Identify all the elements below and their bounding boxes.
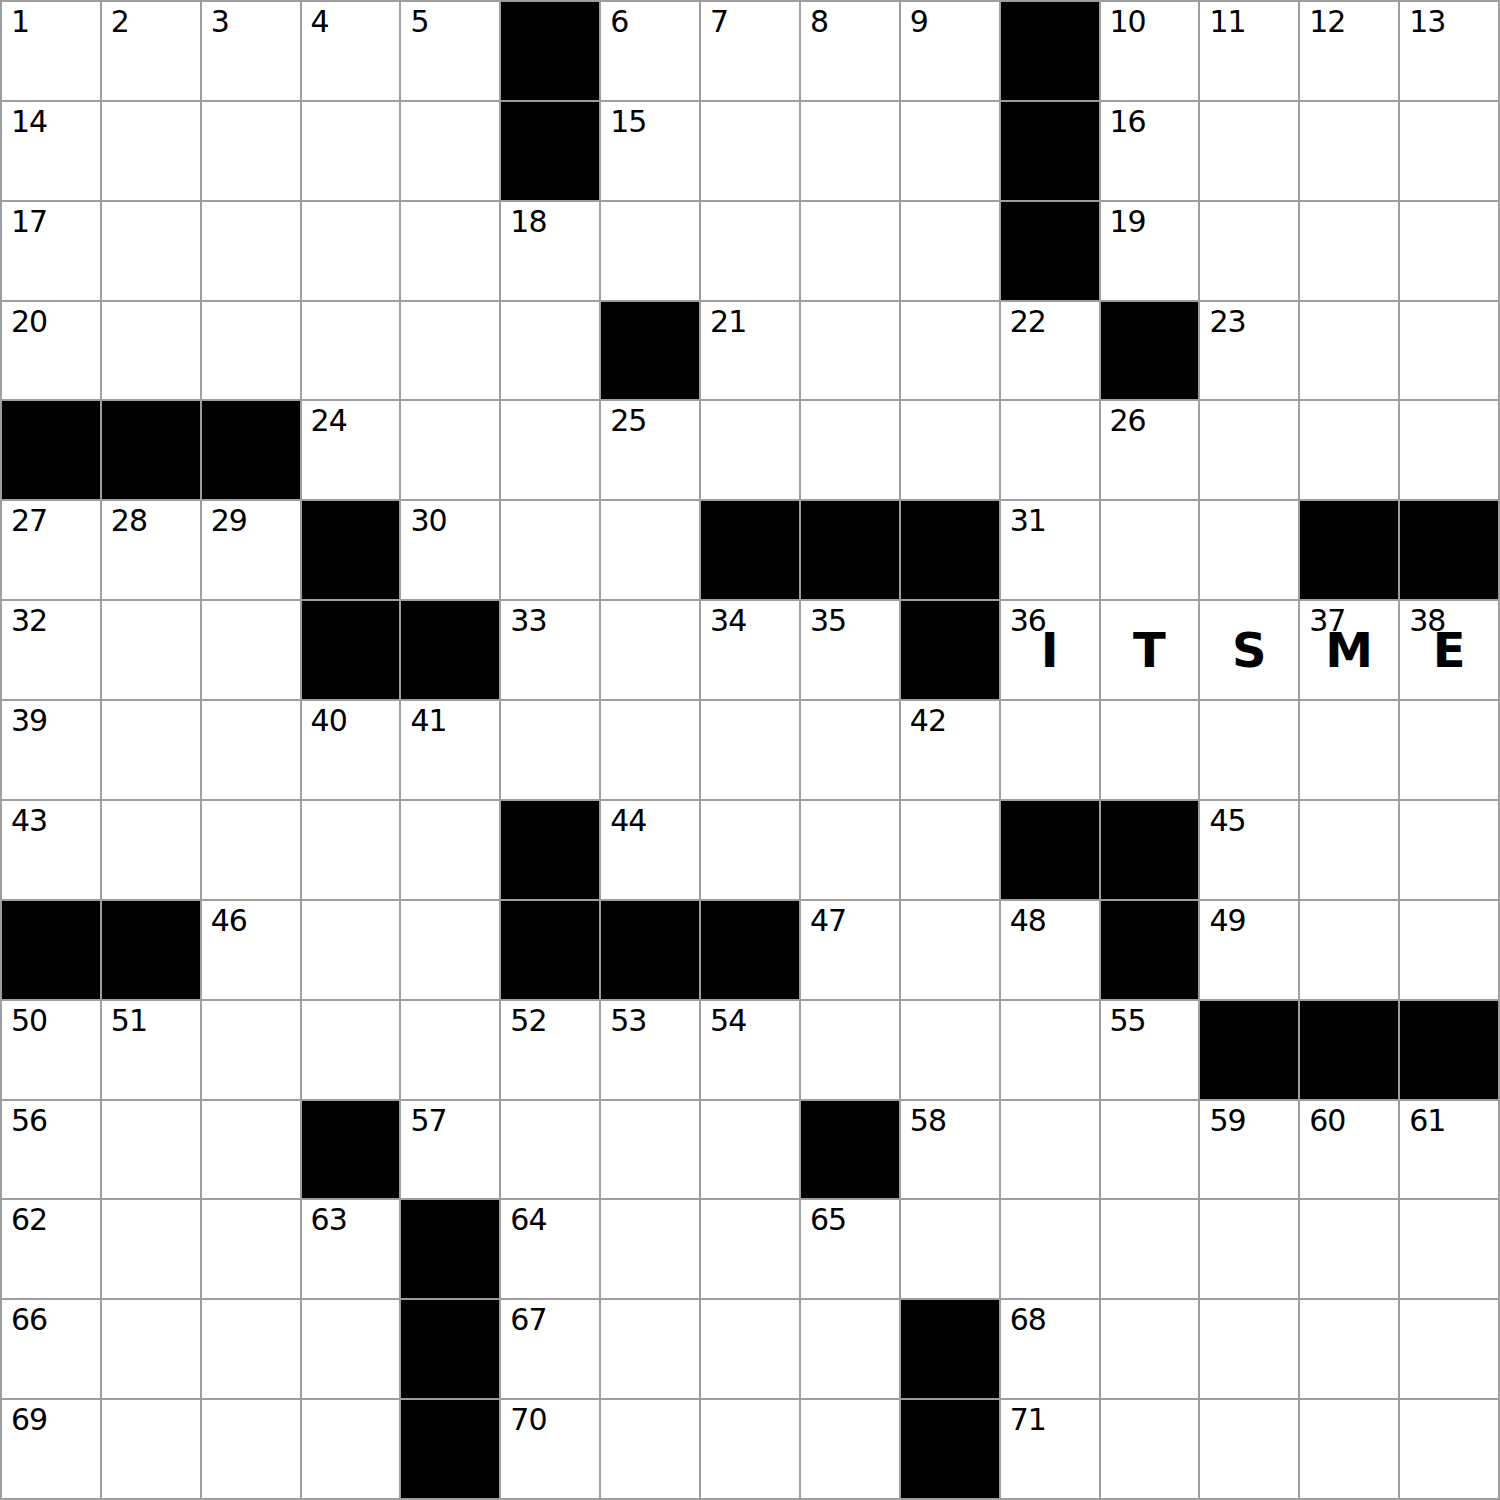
clue-number: 14 <box>11 107 47 137</box>
white-cell[interactable] <box>1200 202 1298 300</box>
white-cell[interactable] <box>102 302 200 400</box>
clue-number: 32 <box>11 606 47 636</box>
clue-number: 59 <box>1209 1106 1245 1136</box>
black-cell <box>501 901 599 999</box>
white-cell[interactable] <box>601 1400 699 1498</box>
white-cell[interactable] <box>1300 1200 1398 1298</box>
white-cell[interactable] <box>1300 302 1398 400</box>
white-cell[interactable] <box>401 102 499 200</box>
white-cell[interactable]: 13 <box>1400 2 1498 100</box>
white-cell[interactable] <box>202 1101 300 1199</box>
white-cell[interactable] <box>601 202 699 300</box>
white-cell[interactable] <box>1200 701 1298 799</box>
white-cell[interactable] <box>601 1101 699 1199</box>
white-cell[interactable]: 57 <box>401 1101 499 1199</box>
clue-number: 25 <box>610 406 646 436</box>
white-cell[interactable] <box>501 302 599 400</box>
white-cell[interactable]: 8 <box>801 2 899 100</box>
white-cell[interactable] <box>1400 801 1498 899</box>
black-cell <box>601 901 699 999</box>
white-cell[interactable] <box>202 801 300 899</box>
white-cell[interactable] <box>1001 1200 1099 1298</box>
clue-number: 7 <box>710 7 728 37</box>
white-cell[interactable] <box>1400 701 1498 799</box>
black-cell <box>801 501 899 599</box>
white-cell[interactable] <box>1001 401 1099 499</box>
white-cell[interactable]: 29 <box>202 501 300 599</box>
white-cell[interactable]: 26 <box>1101 401 1199 499</box>
white-cell[interactable]: 71 <box>1001 1400 1099 1498</box>
white-cell[interactable]: 45 <box>1200 801 1298 899</box>
white-cell[interactable]: 4 <box>302 2 400 100</box>
cell-letter: T <box>1101 601 1199 699</box>
white-cell[interactable]: S <box>1200 601 1298 699</box>
white-cell[interactable]: 24 <box>302 401 400 499</box>
white-cell[interactable] <box>1001 701 1099 799</box>
white-cell[interactable] <box>302 1001 400 1099</box>
white-cell[interactable]: 33 <box>501 601 599 699</box>
white-cell[interactable] <box>202 202 300 300</box>
white-cell[interactable] <box>1300 901 1398 999</box>
white-cell[interactable] <box>601 501 699 599</box>
white-cell[interactable]: 47 <box>801 901 899 999</box>
clue-number: 11 <box>1209 7 1245 37</box>
black-cell <box>501 102 599 200</box>
white-cell[interactable] <box>401 1001 499 1099</box>
white-cell[interactable] <box>701 801 799 899</box>
white-cell[interactable] <box>302 801 400 899</box>
white-cell[interactable] <box>102 601 200 699</box>
black-cell <box>401 1300 499 1398</box>
white-cell[interactable]: 51 <box>102 1001 200 1099</box>
clue-number: 1 <box>11 7 29 37</box>
black-cell <box>401 601 499 699</box>
white-cell[interactable] <box>1200 1300 1298 1398</box>
clue-number: 40 <box>311 706 347 736</box>
white-cell[interactable]: 6 <box>601 2 699 100</box>
white-cell[interactable] <box>701 102 799 200</box>
white-cell[interactable] <box>601 601 699 699</box>
white-cell[interactable]: 27 <box>2 501 100 599</box>
white-cell[interactable]: 21 <box>701 302 799 400</box>
clue-number: 49 <box>1209 906 1245 936</box>
clue-number: 62 <box>11 1205 47 1235</box>
clue-number: 60 <box>1309 1106 1345 1136</box>
clue-number: 24 <box>311 406 347 436</box>
clue-number: 46 <box>211 906 247 936</box>
white-cell[interactable]: 22 <box>1001 302 1099 400</box>
clue-number: 41 <box>410 706 446 736</box>
clue-number: 31 <box>1010 506 1046 536</box>
white-cell[interactable] <box>901 401 999 499</box>
white-cell[interactable]: 34 <box>701 601 799 699</box>
white-cell[interactable] <box>801 801 899 899</box>
clue-number: 35 <box>810 606 846 636</box>
white-cell[interactable] <box>401 302 499 400</box>
black-cell <box>501 2 599 100</box>
black-cell <box>2 401 100 499</box>
clue-number: 5 <box>410 7 428 37</box>
white-cell[interactable]: 25 <box>601 401 699 499</box>
black-cell <box>1300 501 1398 599</box>
white-cell[interactable]: 62 <box>2 1200 100 1298</box>
white-cell[interactable]: 5 <box>401 2 499 100</box>
clue-number: 57 <box>410 1106 446 1136</box>
white-cell[interactable]: 67 <box>501 1300 599 1398</box>
white-cell[interactable]: 19 <box>1101 202 1199 300</box>
white-cell[interactable]: 9 <box>901 2 999 100</box>
white-cell[interactable] <box>601 1300 699 1398</box>
white-cell[interactable] <box>102 1200 200 1298</box>
white-cell[interactable] <box>1200 102 1298 200</box>
white-cell[interactable] <box>901 1200 999 1298</box>
white-cell[interactable]: 23 <box>1200 302 1298 400</box>
clue-number: 48 <box>1010 906 1046 936</box>
clue-number: 61 <box>1409 1106 1445 1136</box>
white-cell[interactable]: 17 <box>2 202 100 300</box>
white-cell[interactable] <box>701 1300 799 1398</box>
white-cell[interactable] <box>1300 401 1398 499</box>
black-cell <box>901 1400 999 1498</box>
white-cell[interactable] <box>1200 401 1298 499</box>
white-cell[interactable] <box>601 701 699 799</box>
white-cell[interactable]: 55 <box>1101 1001 1199 1099</box>
white-cell[interactable]: 46 <box>202 901 300 999</box>
white-cell[interactable] <box>501 1101 599 1199</box>
white-cell[interactable]: 60 <box>1300 1101 1398 1199</box>
white-cell[interactable]: 37M <box>1300 601 1398 699</box>
white-cell[interactable] <box>701 202 799 300</box>
black-cell <box>501 801 599 899</box>
clue-number: 2 <box>111 7 129 37</box>
white-cell[interactable] <box>1200 1400 1298 1498</box>
clue-number: 58 <box>910 1106 946 1136</box>
white-cell[interactable] <box>302 302 400 400</box>
white-cell[interactable] <box>701 1200 799 1298</box>
clue-number: 28 <box>111 506 147 536</box>
white-cell[interactable]: 1 <box>2 2 100 100</box>
white-cell[interactable]: 28 <box>102 501 200 599</box>
white-cell[interactable] <box>1300 701 1398 799</box>
white-cell[interactable]: 15 <box>601 102 699 200</box>
cell-letter: M <box>1300 601 1398 699</box>
white-cell[interactable] <box>202 302 300 400</box>
white-cell[interactable]: 69 <box>2 1400 100 1498</box>
black-cell <box>1400 1001 1498 1099</box>
clue-number: 9 <box>910 7 928 37</box>
black-cell <box>1001 801 1099 899</box>
clue-number: 15 <box>610 107 646 137</box>
white-cell[interactable] <box>901 1001 999 1099</box>
black-cell <box>401 1400 499 1498</box>
white-cell[interactable] <box>1101 1400 1199 1498</box>
white-cell[interactable] <box>601 1200 699 1298</box>
clue-number: 45 <box>1209 806 1245 836</box>
white-cell[interactable] <box>1400 901 1498 999</box>
crossword-grid: 1234567891011121314151617181920212223242… <box>0 0 1500 1500</box>
black-cell <box>202 401 300 499</box>
clue-number: 6 <box>610 7 628 37</box>
clue-number: 42 <box>910 706 946 736</box>
clue-number: 52 <box>510 1006 546 1036</box>
white-cell[interactable] <box>102 102 200 200</box>
white-cell[interactable] <box>901 302 999 400</box>
white-cell[interactable] <box>202 1300 300 1398</box>
white-cell[interactable] <box>1001 1001 1099 1099</box>
black-cell <box>302 1101 400 1199</box>
clue-number: 4 <box>311 7 329 37</box>
white-cell[interactable] <box>1400 1400 1498 1498</box>
white-cell[interactable]: 38E <box>1400 601 1498 699</box>
black-cell <box>701 901 799 999</box>
white-cell[interactable]: 12 <box>1300 2 1398 100</box>
white-cell[interactable] <box>1300 202 1398 300</box>
white-cell[interactable]: 56 <box>2 1101 100 1199</box>
white-cell[interactable] <box>302 1300 400 1398</box>
white-cell[interactable]: 65 <box>801 1200 899 1298</box>
white-cell[interactable] <box>202 1200 300 1298</box>
white-cell[interactable] <box>701 1101 799 1199</box>
white-cell[interactable]: 49 <box>1200 901 1298 999</box>
clue-number: 47 <box>810 906 846 936</box>
white-cell[interactable] <box>501 401 599 499</box>
black-cell <box>102 901 200 999</box>
white-cell[interactable] <box>701 401 799 499</box>
white-cell[interactable] <box>102 701 200 799</box>
white-cell[interactable] <box>102 1400 200 1498</box>
white-cell[interactable] <box>1400 1200 1498 1298</box>
white-cell[interactable]: 16 <box>1101 102 1199 200</box>
white-cell[interactable]: 63 <box>302 1200 400 1298</box>
white-cell[interactable]: 66 <box>2 1300 100 1398</box>
white-cell[interactable]: 40 <box>302 701 400 799</box>
clue-number: 64 <box>510 1205 546 1235</box>
white-cell[interactable]: T <box>1101 601 1199 699</box>
white-cell[interactable]: 52 <box>501 1001 599 1099</box>
white-cell[interactable]: 36I <box>1001 601 1099 699</box>
white-cell[interactable] <box>801 701 899 799</box>
clue-number: 3 <box>211 7 229 37</box>
white-cell[interactable]: 14 <box>2 102 100 200</box>
white-cell[interactable] <box>1400 202 1498 300</box>
clue-number: 13 <box>1409 7 1445 37</box>
white-cell[interactable] <box>401 202 499 300</box>
clue-number: 27 <box>11 506 47 536</box>
clue-number: 51 <box>111 1006 147 1036</box>
black-cell <box>801 1101 899 1199</box>
black-cell <box>1001 102 1099 200</box>
black-cell <box>302 501 400 599</box>
white-cell[interactable] <box>801 401 899 499</box>
white-cell[interactable]: 44 <box>601 801 699 899</box>
clue-number: 34 <box>710 606 746 636</box>
white-cell[interactable]: 50 <box>2 1001 100 1099</box>
white-cell[interactable] <box>1001 1101 1099 1199</box>
white-cell[interactable] <box>401 801 499 899</box>
white-cell[interactable]: 32 <box>2 601 100 699</box>
clue-number: 17 <box>11 207 47 237</box>
black-cell <box>1300 1001 1398 1099</box>
clue-number: 53 <box>610 1006 646 1036</box>
black-cell <box>1101 302 1199 400</box>
black-cell <box>901 601 999 699</box>
clue-number: 10 <box>1110 7 1146 37</box>
white-cell[interactable]: 39 <box>2 701 100 799</box>
black-cell <box>1200 1001 1298 1099</box>
white-cell[interactable] <box>1200 1200 1298 1298</box>
white-cell[interactable] <box>1101 501 1199 599</box>
white-cell[interactable] <box>1300 801 1398 899</box>
white-cell[interactable]: 42 <box>901 701 999 799</box>
clue-number: 50 <box>11 1006 47 1036</box>
clue-number: 26 <box>1110 406 1146 436</box>
clue-number: 71 <box>1010 1405 1046 1435</box>
white-cell[interactable]: 3 <box>202 2 300 100</box>
white-cell[interactable] <box>302 102 400 200</box>
black-cell <box>2 901 100 999</box>
clue-number: 68 <box>1010 1305 1046 1335</box>
clue-number: 63 <box>311 1205 347 1235</box>
white-cell[interactable]: 59 <box>1200 1101 1298 1199</box>
white-cell[interactable] <box>801 302 899 400</box>
clue-number: 19 <box>1110 207 1146 237</box>
black-cell <box>102 401 200 499</box>
cell-letter: I <box>1001 601 1099 699</box>
white-cell[interactable] <box>1101 1200 1199 1298</box>
cell-letter: E <box>1400 601 1498 699</box>
white-cell[interactable]: 58 <box>901 1101 999 1199</box>
white-cell[interactable]: 43 <box>2 801 100 899</box>
white-cell[interactable] <box>202 102 300 200</box>
white-cell[interactable] <box>1200 501 1298 599</box>
clue-number: 30 <box>410 506 446 536</box>
white-cell[interactable]: 70 <box>501 1400 599 1498</box>
clue-number: 56 <box>11 1106 47 1136</box>
white-cell[interactable]: 2 <box>102 2 200 100</box>
black-cell <box>401 1200 499 1298</box>
white-cell[interactable]: 20 <box>2 302 100 400</box>
white-cell[interactable]: 41 <box>401 701 499 799</box>
black-cell <box>901 1300 999 1398</box>
white-cell[interactable] <box>701 1400 799 1498</box>
white-cell[interactable] <box>801 102 899 200</box>
clue-number: 65 <box>810 1205 846 1235</box>
clue-number: 33 <box>510 606 546 636</box>
clue-number: 39 <box>11 706 47 736</box>
white-cell[interactable] <box>202 1400 300 1498</box>
white-cell[interactable] <box>302 901 400 999</box>
white-cell[interactable]: 54 <box>701 1001 799 1099</box>
white-cell[interactable] <box>1400 401 1498 499</box>
clue-number: 21 <box>710 307 746 337</box>
clue-number: 18 <box>510 207 546 237</box>
white-cell[interactable] <box>1400 1300 1498 1398</box>
clue-number: 20 <box>11 307 47 337</box>
white-cell[interactable]: 64 <box>501 1200 599 1298</box>
white-cell[interactable] <box>701 701 799 799</box>
white-cell[interactable]: 31 <box>1001 501 1099 599</box>
white-cell[interactable] <box>901 202 999 300</box>
white-cell[interactable]: 7 <box>701 2 799 100</box>
white-cell[interactable] <box>1101 1300 1199 1398</box>
black-cell <box>1001 202 1099 300</box>
white-cell[interactable] <box>901 102 999 200</box>
white-cell[interactable] <box>202 701 300 799</box>
clue-number: 66 <box>11 1305 47 1335</box>
clue-number: 67 <box>510 1305 546 1335</box>
white-cell[interactable] <box>801 1300 899 1398</box>
clue-number: 29 <box>211 506 247 536</box>
clue-number: 54 <box>710 1006 746 1036</box>
white-cell[interactable] <box>102 801 200 899</box>
clue-number: 22 <box>1010 307 1046 337</box>
white-cell[interactable]: 35 <box>801 601 899 699</box>
white-cell[interactable] <box>1101 701 1199 799</box>
black-cell <box>701 501 799 599</box>
clue-number: 55 <box>1110 1006 1146 1036</box>
clue-number: 8 <box>810 7 828 37</box>
black-cell <box>1101 801 1199 899</box>
white-cell[interactable] <box>302 1400 400 1498</box>
cell-letter: S <box>1200 601 1298 699</box>
white-cell[interactable] <box>901 901 999 999</box>
white-cell[interactable] <box>202 601 300 699</box>
white-cell[interactable] <box>1300 102 1398 200</box>
white-cell[interactable] <box>1300 1400 1398 1498</box>
black-cell <box>302 601 400 699</box>
white-cell[interactable]: 30 <box>401 501 499 599</box>
white-cell[interactable] <box>102 1101 200 1199</box>
white-cell[interactable] <box>501 701 599 799</box>
clue-number: 12 <box>1309 7 1345 37</box>
clue-number: 70 <box>510 1405 546 1435</box>
white-cell[interactable]: 11 <box>1200 2 1298 100</box>
white-cell[interactable]: 48 <box>1001 901 1099 999</box>
white-cell[interactable] <box>401 901 499 999</box>
black-cell <box>1101 901 1199 999</box>
white-cell[interactable] <box>401 401 499 499</box>
white-cell[interactable]: 18 <box>501 202 599 300</box>
black-cell <box>1001 2 1099 100</box>
white-cell[interactable] <box>1300 1300 1398 1398</box>
clue-number: 16 <box>1110 107 1146 137</box>
black-cell <box>901 501 999 599</box>
clue-number: 44 <box>610 806 646 836</box>
white-cell[interactable]: 68 <box>1001 1300 1099 1398</box>
black-cell <box>601 302 699 400</box>
white-cell[interactable] <box>102 1300 200 1398</box>
clue-number: 69 <box>11 1405 47 1435</box>
white-cell[interactable] <box>801 202 899 300</box>
white-cell[interactable]: 10 <box>1101 2 1199 100</box>
clue-number: 23 <box>1209 307 1245 337</box>
clue-number: 43 <box>11 806 47 836</box>
white-cell[interactable] <box>1101 1101 1199 1199</box>
white-cell[interactable] <box>1400 302 1498 400</box>
black-cell <box>1400 501 1498 599</box>
white-cell[interactable] <box>801 1001 899 1099</box>
white-cell[interactable] <box>302 202 400 300</box>
white-cell[interactable] <box>501 501 599 599</box>
white-cell[interactable]: 61 <box>1400 1101 1498 1199</box>
white-cell[interactable] <box>202 1001 300 1099</box>
white-cell[interactable] <box>901 801 999 899</box>
white-cell[interactable]: 53 <box>601 1001 699 1099</box>
white-cell[interactable] <box>801 1400 899 1498</box>
white-cell[interactable] <box>102 202 200 300</box>
white-cell[interactable] <box>1400 102 1498 200</box>
